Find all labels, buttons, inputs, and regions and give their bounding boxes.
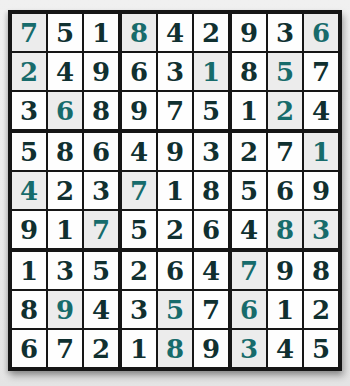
box-2: 842631975 xyxy=(122,14,228,129)
box-5: 493718526 xyxy=(122,133,228,248)
cell-r9c7-given[interactable]: 3 xyxy=(232,330,266,367)
cell-r5c4-given[interactable]: 7 xyxy=(122,172,156,209)
cell-r9c2[interactable]: 7 xyxy=(48,330,82,367)
cell-r3c6[interactable]: 5 xyxy=(194,92,228,129)
cell-r2c7[interactable]: 8 xyxy=(232,53,266,90)
box-6: 271569483 xyxy=(232,133,338,248)
cell-r1c3[interactable]: 1 xyxy=(84,14,118,51)
page-background: { "game": "sudoku", "state": "solved", "… xyxy=(0,0,350,386)
cell-r6c4[interactable]: 5 xyxy=(122,211,156,248)
cell-r7c1[interactable]: 1 xyxy=(12,252,46,289)
box-4: 586423917 xyxy=(12,133,118,248)
cell-r1c7[interactable]: 9 xyxy=(232,14,266,51)
cell-r9c8[interactable]: 4 xyxy=(268,330,302,367)
cell-r5c9[interactable]: 9 xyxy=(304,172,338,209)
cell-r6c9-given[interactable]: 3 xyxy=(304,211,338,248)
cell-r1c1-given[interactable]: 7 xyxy=(12,14,46,51)
cell-r1c4-given[interactable]: 8 xyxy=(122,14,156,51)
cell-r3c1[interactable]: 3 xyxy=(12,92,46,129)
box-3: 936857124 xyxy=(232,14,338,129)
cell-r1c2[interactable]: 5 xyxy=(48,14,82,51)
cell-r4c7[interactable]: 2 xyxy=(232,133,266,170)
cell-r6c5[interactable]: 2 xyxy=(158,211,192,248)
cell-r6c2[interactable]: 1 xyxy=(48,211,82,248)
cell-r4c2[interactable]: 8 xyxy=(48,133,82,170)
cell-r4c8[interactable]: 7 xyxy=(268,133,302,170)
cell-r7c9[interactable]: 8 xyxy=(304,252,338,289)
cell-r6c8-given[interactable]: 8 xyxy=(268,211,302,248)
cell-r8c6[interactable]: 7 xyxy=(194,291,228,328)
cell-r5c2[interactable]: 2 xyxy=(48,172,82,209)
cell-r2c3[interactable]: 9 xyxy=(84,53,118,90)
cell-r8c9[interactable]: 2 xyxy=(304,291,338,328)
cell-r3c9[interactable]: 4 xyxy=(304,92,338,129)
cell-r3c2-given[interactable]: 6 xyxy=(48,92,82,129)
cell-r7c4[interactable]: 2 xyxy=(122,252,156,289)
cell-r7c8[interactable]: 9 xyxy=(268,252,302,289)
cell-r3c4[interactable]: 9 xyxy=(122,92,156,129)
cell-r5c8[interactable]: 6 xyxy=(268,172,302,209)
cell-r4c1[interactable]: 5 xyxy=(12,133,46,170)
cell-r5c7[interactable]: 5 xyxy=(232,172,266,209)
cell-r2c6-given[interactable]: 1 xyxy=(194,53,228,90)
cell-r5c6[interactable]: 8 xyxy=(194,172,228,209)
box-9: 798612345 xyxy=(232,252,338,367)
cell-r7c2[interactable]: 3 xyxy=(48,252,82,289)
cell-r2c5[interactable]: 3 xyxy=(158,53,192,90)
cell-r8c3[interactable]: 4 xyxy=(84,291,118,328)
cell-r5c1-given[interactable]: 4 xyxy=(12,172,46,209)
cell-r9c6[interactable]: 9 xyxy=(194,330,228,367)
cell-r1c6[interactable]: 2 xyxy=(194,14,228,51)
cell-r9c9[interactable]: 5 xyxy=(304,330,338,367)
cell-r1c8[interactable]: 3 xyxy=(268,14,302,51)
sudoku-board: 7512493688426319759368571245864239174937… xyxy=(8,10,342,371)
cell-r8c7-given[interactable]: 6 xyxy=(232,291,266,328)
cell-r9c3[interactable]: 2 xyxy=(84,330,118,367)
cell-r9c5-given[interactable]: 8 xyxy=(158,330,192,367)
cell-r4c5[interactable]: 9 xyxy=(158,133,192,170)
cell-r2c1-given[interactable]: 2 xyxy=(12,53,46,90)
cell-r7c3[interactable]: 5 xyxy=(84,252,118,289)
cell-r4c3[interactable]: 6 xyxy=(84,133,118,170)
cell-r1c5[interactable]: 4 xyxy=(158,14,192,51)
cell-r8c5-given[interactable]: 5 xyxy=(158,291,192,328)
cell-r7c5[interactable]: 6 xyxy=(158,252,192,289)
cell-r5c3[interactable]: 3 xyxy=(84,172,118,209)
cell-r2c2[interactable]: 4 xyxy=(48,53,82,90)
cell-r8c1[interactable]: 8 xyxy=(12,291,46,328)
cell-r2c8-given[interactable]: 5 xyxy=(268,53,302,90)
cell-r3c8-given[interactable]: 2 xyxy=(268,92,302,129)
cell-r4c6[interactable]: 3 xyxy=(194,133,228,170)
cell-r6c7[interactable]: 4 xyxy=(232,211,266,248)
cell-r2c9[interactable]: 7 xyxy=(304,53,338,90)
box-7: 135894672 xyxy=(12,252,118,367)
box-8: 264357189 xyxy=(122,252,228,367)
cell-r2c4[interactable]: 6 xyxy=(122,53,156,90)
cell-r4c9-given[interactable]: 1 xyxy=(304,133,338,170)
cell-r3c3[interactable]: 8 xyxy=(84,92,118,129)
sudoku-board-container: 7512493688426319759368571245864239174937… xyxy=(8,10,342,371)
cell-r6c1[interactable]: 9 xyxy=(12,211,46,248)
cell-r1c9-given[interactable]: 6 xyxy=(304,14,338,51)
cell-r8c2-given[interactable]: 9 xyxy=(48,291,82,328)
cell-r5c5[interactable]: 1 xyxy=(158,172,192,209)
box-1: 751249368 xyxy=(12,14,118,129)
cell-r8c4[interactable]: 3 xyxy=(122,291,156,328)
cell-r9c4[interactable]: 1 xyxy=(122,330,156,367)
cell-r3c7[interactable]: 1 xyxy=(232,92,266,129)
cell-r3c5[interactable]: 7 xyxy=(158,92,192,129)
cell-r6c6[interactable]: 6 xyxy=(194,211,228,248)
cell-r7c7-given[interactable]: 7 xyxy=(232,252,266,289)
cell-r7c6[interactable]: 4 xyxy=(194,252,228,289)
cell-r8c8[interactable]: 1 xyxy=(268,291,302,328)
cell-r4c4[interactable]: 4 xyxy=(122,133,156,170)
cell-r6c3-given[interactable]: 7 xyxy=(84,211,118,248)
cell-r9c1[interactable]: 6 xyxy=(12,330,46,367)
